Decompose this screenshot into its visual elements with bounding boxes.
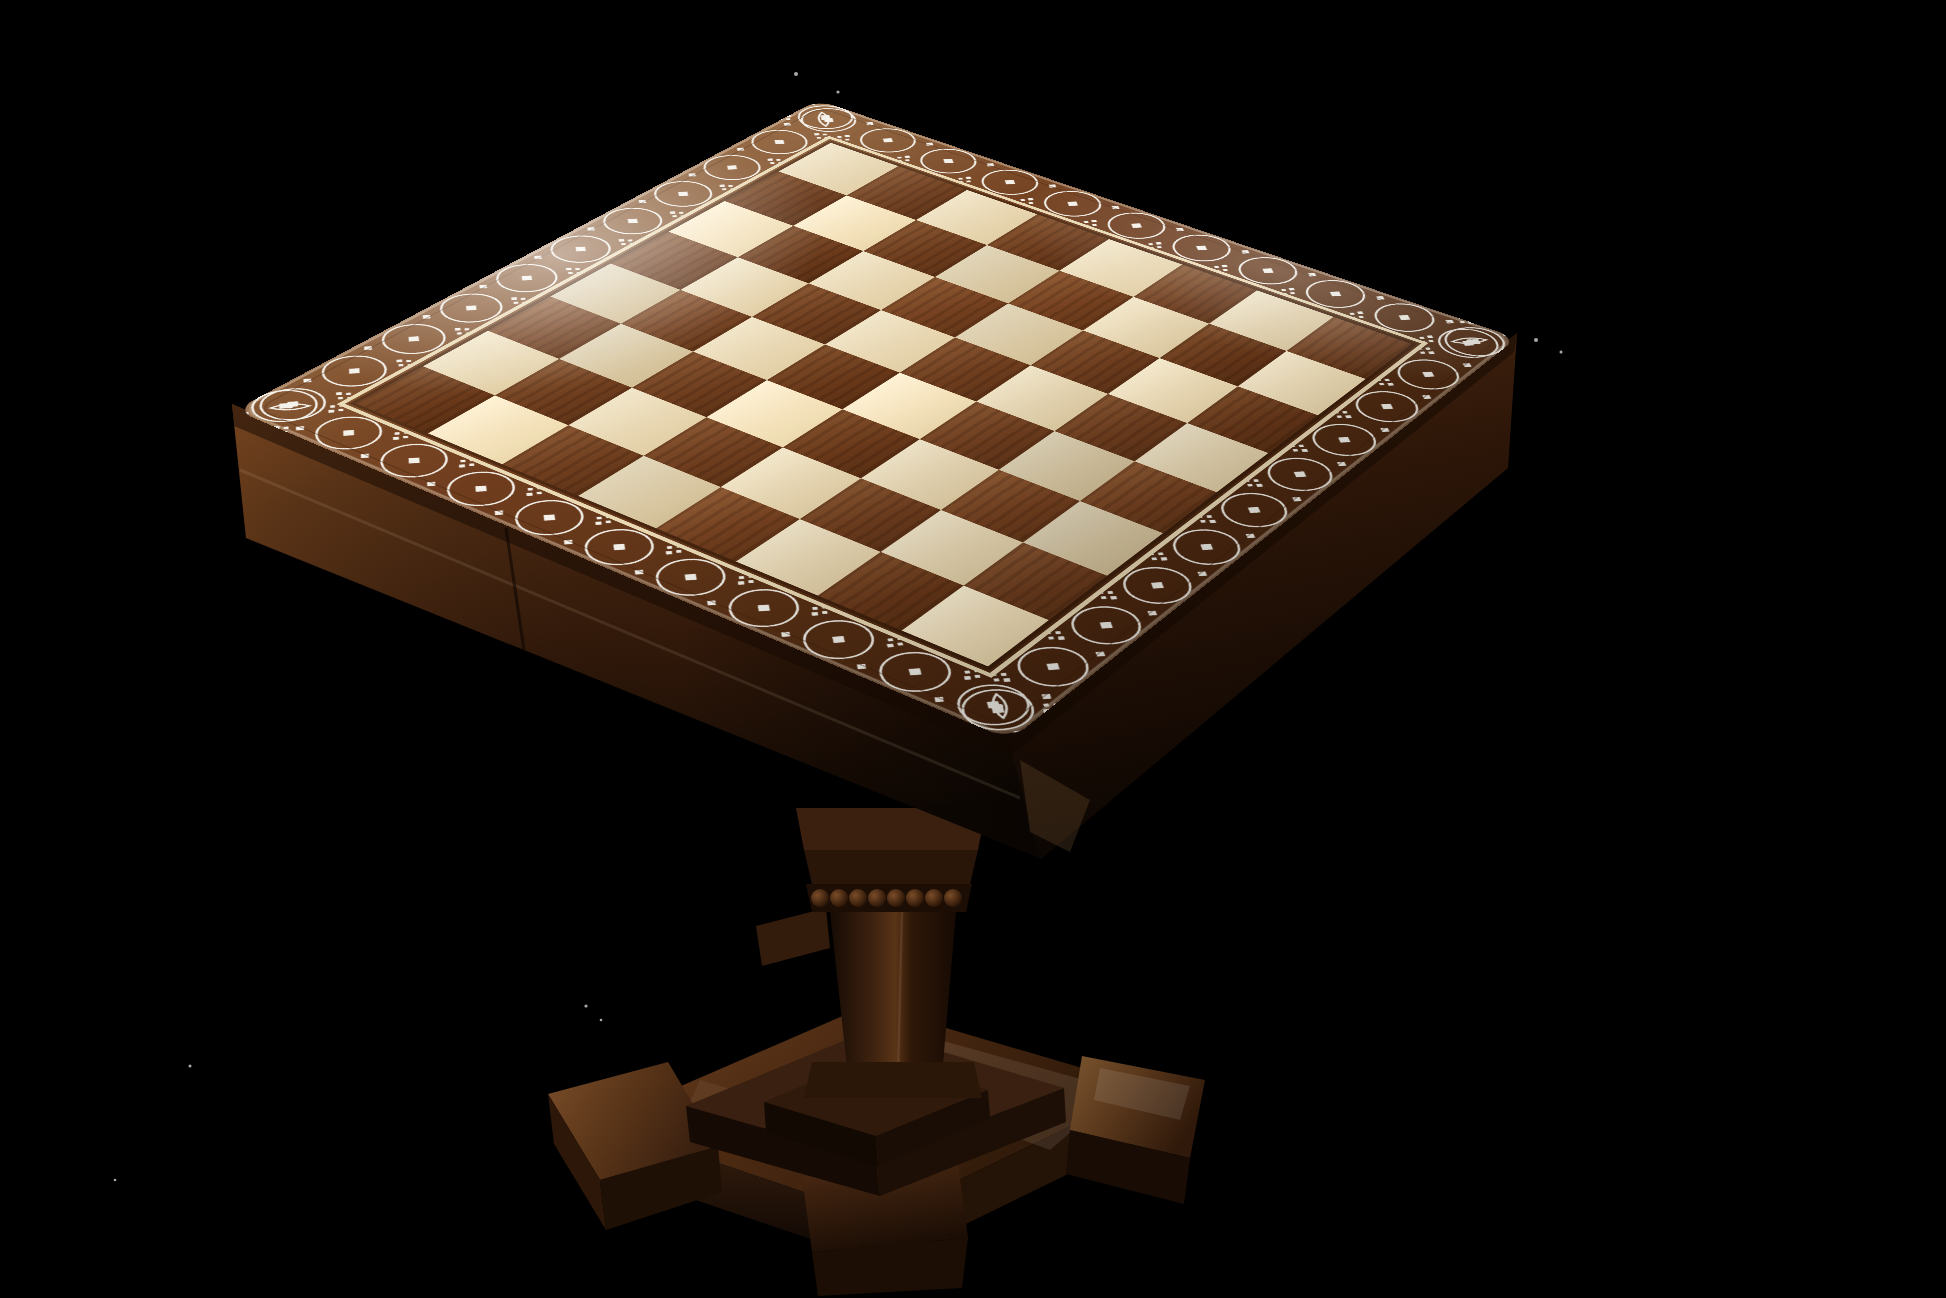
bead	[868, 889, 886, 907]
base-foot-north-tip	[756, 908, 830, 966]
dust-speck	[794, 72, 798, 76]
corner-marquise-icon	[817, 112, 831, 126]
bead	[811, 889, 829, 907]
dust-speck	[114, 1179, 117, 1182]
dust-speck	[600, 1019, 603, 1022]
bead	[830, 889, 848, 907]
dust-speck	[584, 1004, 587, 1007]
bead	[944, 889, 962, 907]
column-foot-cap	[804, 1062, 982, 1098]
scene	[0, 0, 1946, 1298]
bead	[925, 889, 943, 907]
bead	[906, 889, 924, 907]
corner-marquise-icon	[990, 694, 1010, 719]
dust-speck	[1560, 351, 1563, 354]
column-collar-lower	[804, 850, 978, 884]
corner-marquise-icon	[1451, 337, 1488, 344]
dust-speck	[189, 1065, 192, 1068]
bead	[849, 889, 867, 907]
dust-speck	[836, 90, 839, 93]
dust-speck	[1534, 338, 1538, 342]
bead	[887, 889, 905, 907]
corner-marquise-icon	[271, 403, 310, 411]
column-post	[830, 912, 956, 1076]
